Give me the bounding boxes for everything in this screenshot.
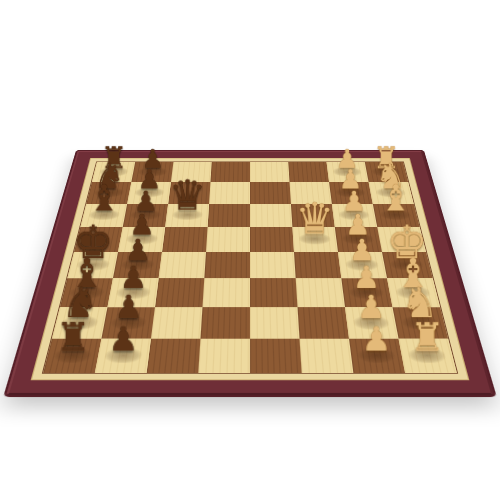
square-a4: [250, 162, 290, 182]
square-a5: [210, 162, 250, 182]
square-e4: [250, 252, 296, 279]
square-b4: [250, 182, 291, 204]
square-e5: [204, 252, 250, 279]
square-g3: [298, 307, 350, 338]
piece-white-rook: ♜: [410, 318, 445, 355]
square-g4: [250, 307, 300, 338]
square-g5: [200, 307, 250, 338]
square-f3: [296, 278, 345, 307]
square-b5: [209, 182, 250, 204]
square-g6: [151, 307, 203, 338]
square-c4: [250, 204, 292, 227]
square-h5: [198, 339, 250, 373]
piece-white-pawn: ♟: [362, 324, 392, 356]
square-c5: [208, 204, 250, 227]
board-perspective-wrapper: ♜♟♟♜♞♟♟♞♝♟♛♟♝♟♛♟♚♟♟♚♝♟♟♝♞♟♟♞♜♟♟♜: [6, 151, 494, 396]
square-d3: ♛: [292, 227, 338, 252]
square-h8: ♜: [43, 339, 101, 373]
square-d4: [250, 227, 294, 252]
piece-white-bishop: ♝: [380, 181, 412, 215]
piece-black-queen: ♛: [169, 176, 206, 216]
piece-black-bishop: ♝: [88, 181, 120, 215]
piece-black-pawn: ♟: [114, 292, 143, 322]
piece-white-pawn: ♟: [357, 292, 386, 322]
square-h7: ♟: [95, 339, 151, 373]
piece-black-rook: ♜: [55, 318, 90, 355]
square-h2: ♟: [349, 339, 405, 373]
square-f4: [250, 278, 298, 307]
square-e3: [294, 252, 341, 279]
piece-black-pawn: ♟: [109, 324, 139, 356]
square-h4: [250, 339, 302, 373]
chess-board: ♜♟♟♜♞♟♟♞♝♟♛♟♝♟♛♟♚♟♟♚♝♟♟♝♞♟♟♞♜♟♟♜: [43, 162, 457, 373]
square-e6: [159, 252, 206, 279]
square-h1: ♜: [399, 339, 457, 373]
square-c6: ♛: [165, 204, 209, 227]
square-a3: [288, 162, 329, 182]
board-frame: ♜♟♟♜♞♟♟♞♝♟♛♟♝♟♛♟♚♟♟♚♝♟♟♝♞♟♟♞♜♟♟♜: [6, 151, 494, 396]
square-d5: [206, 227, 250, 252]
product-photo-scene: ♜♟♟♜♞♟♟♞♝♟♛♟♝♟♛♟♚♟♟♚♝♟♟♝♞♟♟♞♜♟♟♜: [0, 0, 500, 500]
piece-white-queen: ♛: [295, 198, 334, 239]
square-h6: [147, 339, 201, 373]
square-h3: [300, 339, 354, 373]
square-d6: [162, 227, 208, 252]
board-border-strip: ♜♟♟♜♞♟♟♞♝♟♛♟♝♟♛♟♚♟♟♚♝♟♟♝♞♟♟♞♜♟♟♜: [31, 158, 470, 380]
square-f6: [155, 278, 204, 307]
square-f5: [202, 278, 250, 307]
